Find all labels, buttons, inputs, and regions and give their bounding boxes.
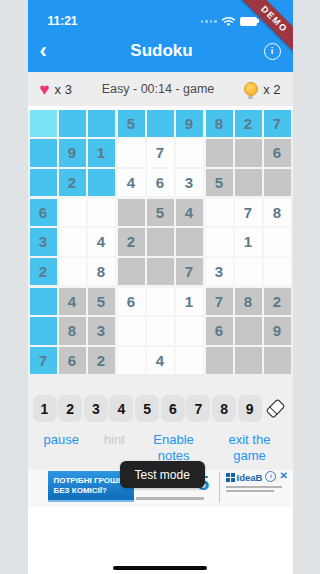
cell-r5c7[interactable] bbox=[206, 228, 233, 255]
heart-icon: ♥ bbox=[40, 81, 50, 98]
cell-r1c9[interactable]: 7 bbox=[264, 110, 291, 137]
board-box-6: 7813 bbox=[206, 199, 291, 285]
cell-r8c5[interactable] bbox=[147, 317, 174, 344]
ad-brand-block: IdeaB i ✕ bbox=[226, 472, 289, 492]
cell-r3c2[interactable]: 2 bbox=[59, 169, 86, 196]
cell-r6c3[interactable]: 8 bbox=[88, 258, 115, 285]
info-icon[interactable]: i bbox=[264, 43, 281, 60]
cell-r2c9[interactable]: 6 bbox=[264, 139, 291, 166]
sudoku-board: 9125974638276563428542778134583762614782… bbox=[30, 110, 291, 374]
ad-info-icon[interactable]: i bbox=[265, 471, 276, 482]
game-area: 9125974638276563428542778134583762614782… bbox=[28, 110, 293, 470]
page-title: Sudoku bbox=[130, 41, 192, 61]
cell-r9c8[interactable] bbox=[235, 347, 262, 374]
cell-r7c9[interactable]: 2 bbox=[264, 288, 291, 315]
cell-r2c2[interactable]: 9 bbox=[59, 139, 86, 166]
numpad-key-8[interactable]: 8 bbox=[212, 395, 236, 422]
cell-r9c4[interactable] bbox=[118, 347, 145, 374]
numpad-key-2[interactable]: 2 bbox=[58, 395, 82, 422]
cell-r9c2[interactable]: 6 bbox=[59, 347, 86, 374]
cell-r5c6[interactable] bbox=[176, 228, 203, 255]
cell-r2c6[interactable] bbox=[176, 139, 203, 166]
home-indicator[interactable] bbox=[113, 566, 207, 571]
board-box-4: 63428 bbox=[30, 199, 115, 285]
ad-close-icon[interactable]: ✕ bbox=[278, 471, 287, 481]
cell-r7c2[interactable]: 4 bbox=[59, 288, 86, 315]
numpad-key-7[interactable]: 7 bbox=[186, 395, 210, 422]
cell-r5c8[interactable]: 1 bbox=[235, 228, 262, 255]
hints-count: x 2 bbox=[263, 82, 280, 97]
hints-indicator: x 2 bbox=[244, 82, 280, 97]
cell-r7c6[interactable]: 1 bbox=[176, 288, 203, 315]
cell-r4c9[interactable]: 8 bbox=[264, 199, 291, 226]
ideabank-logo-icon bbox=[226, 473, 235, 482]
cell-r2c5[interactable]: 7 bbox=[147, 139, 174, 166]
battery-icon bbox=[240, 17, 257, 26]
cell-r3c7[interactable]: 5 bbox=[206, 169, 233, 196]
cell-r3c9[interactable] bbox=[264, 169, 291, 196]
cell-r8c8[interactable] bbox=[235, 317, 262, 344]
cell-r9c5[interactable]: 4 bbox=[147, 347, 174, 374]
numpad-key-5[interactable]: 5 bbox=[135, 395, 159, 422]
cell-r4c7[interactable] bbox=[206, 199, 233, 226]
status-time: 11:21 bbox=[38, 14, 78, 30]
cell-r6c6[interactable]: 7 bbox=[176, 258, 203, 285]
lives-indicator: ♥ x 3 bbox=[40, 81, 72, 98]
cell-r6c9[interactable] bbox=[264, 258, 291, 285]
cell-r4c8[interactable]: 7 bbox=[235, 199, 262, 226]
numpad-key-9[interactable]: 9 bbox=[238, 395, 262, 422]
cell-r8c3[interactable]: 3 bbox=[88, 317, 115, 344]
cell-r5c3[interactable]: 4 bbox=[88, 228, 115, 255]
numpad-key-4[interactable]: 4 bbox=[109, 395, 133, 422]
cell-r3c1[interactable] bbox=[30, 169, 57, 196]
cell-r4c3[interactable] bbox=[88, 199, 115, 226]
ad-banner[interactable]: ПОТРІБНІ ГРОШІ БЕЗ КОМІСІЇ? 5 IdeaB i ✕ … bbox=[28, 470, 293, 507]
cell-r4c5[interactable]: 5 bbox=[147, 199, 174, 226]
cell-r2c3[interactable]: 1 bbox=[88, 139, 115, 166]
cell-r7c7[interactable]: 7 bbox=[206, 288, 233, 315]
wifi-icon bbox=[221, 16, 236, 27]
cell-r1c6[interactable]: 9 bbox=[176, 110, 203, 137]
cell-r5c9[interactable] bbox=[264, 228, 291, 255]
back-button[interactable]: ‹ bbox=[40, 41, 60, 61]
cell-r2c4[interactable] bbox=[118, 139, 145, 166]
number-pad: 123456789 bbox=[28, 395, 293, 422]
cell-r1c8[interactable]: 2 bbox=[235, 110, 262, 137]
cell-r6c1[interactable]: 2 bbox=[30, 258, 57, 285]
cell-r6c2[interactable] bbox=[59, 258, 86, 285]
board-box-1: 912 bbox=[30, 110, 115, 196]
lives-count: x 3 bbox=[55, 82, 72, 97]
ad-brand-name: IdeaB bbox=[237, 472, 263, 483]
exit-game-button[interactable]: exit the game bbox=[222, 432, 276, 463]
game-status-bar: ♥ x 3 Easy - 00:14 - game x 2 bbox=[28, 72, 293, 106]
board-box-8: 614 bbox=[118, 288, 203, 374]
numpad-key-1[interactable]: 1 bbox=[33, 395, 57, 422]
top-bar: 11:21 DEMO ‹ Sudoku i bbox=[28, 0, 293, 72]
app-screen: 11:21 DEMO ‹ Sudoku i ♥ x 3 Easy - 00:14… bbox=[28, 0, 293, 574]
cell-r1c2[interactable] bbox=[59, 110, 86, 137]
cell-r9c3[interactable]: 2 bbox=[88, 347, 115, 374]
cell-r6c4[interactable] bbox=[118, 258, 145, 285]
ad-fineprint-line bbox=[226, 486, 282, 488]
eraser-icon[interactable] bbox=[263, 395, 287, 422]
board-box-3: 82765 bbox=[206, 110, 291, 196]
board-box-7: 4583762 bbox=[30, 288, 115, 374]
game-status-text: Easy - 00:14 - game bbox=[102, 82, 215, 96]
cellular-signal-icon bbox=[201, 20, 217, 23]
ad-fineprint-line bbox=[136, 497, 204, 500]
cell-r5c5[interactable] bbox=[147, 228, 174, 255]
cell-r1c5[interactable] bbox=[147, 110, 174, 137]
cell-r7c4[interactable]: 6 bbox=[118, 288, 145, 315]
cell-r3c3[interactable] bbox=[88, 169, 115, 196]
cell-r8c7[interactable]: 6 bbox=[206, 317, 233, 344]
cell-r1c1[interactable] bbox=[30, 110, 57, 137]
cell-r2c1[interactable] bbox=[30, 139, 57, 166]
cell-r8c4[interactable] bbox=[118, 317, 145, 344]
numpad-key-6[interactable]: 6 bbox=[161, 395, 185, 422]
bottom-area bbox=[28, 507, 293, 574]
cell-r7c5[interactable] bbox=[147, 288, 174, 315]
test-mode-toast: Test mode bbox=[120, 461, 205, 488]
cell-r8c9[interactable]: 9 bbox=[264, 317, 291, 344]
cell-r9c1[interactable]: 7 bbox=[30, 347, 57, 374]
cell-r4c6[interactable]: 4 bbox=[176, 199, 203, 226]
cell-r8c2[interactable]: 8 bbox=[59, 317, 86, 344]
cell-r3c6[interactable]: 3 bbox=[176, 169, 203, 196]
cell-r2c8[interactable] bbox=[235, 139, 262, 166]
cell-r5c2[interactable] bbox=[59, 228, 86, 255]
cell-r9c9[interactable] bbox=[264, 347, 291, 374]
cell-r5c4[interactable]: 2 bbox=[118, 228, 145, 255]
cell-r8c1[interactable] bbox=[30, 317, 57, 344]
cell-r6c8[interactable] bbox=[235, 258, 262, 285]
notes-toggle-button[interactable]: Enable notes bbox=[150, 432, 198, 463]
cell-r3c8[interactable] bbox=[235, 169, 262, 196]
board-box-9: 78269 bbox=[206, 288, 291, 374]
cell-r4c2[interactable] bbox=[59, 199, 86, 226]
cell-r7c8[interactable]: 8 bbox=[235, 288, 262, 315]
cell-r6c5[interactable] bbox=[147, 258, 174, 285]
cell-r1c3[interactable] bbox=[88, 110, 115, 137]
lightbulb-icon bbox=[244, 82, 258, 96]
cell-r9c7[interactable] bbox=[206, 347, 233, 374]
cell-r3c5[interactable]: 6 bbox=[147, 169, 174, 196]
ad-divider bbox=[219, 472, 220, 502]
cell-r1c4[interactable]: 5 bbox=[118, 110, 145, 137]
cell-r2c7[interactable] bbox=[206, 139, 233, 166]
cell-r4c4[interactable] bbox=[118, 199, 145, 226]
hint-button[interactable]: hint bbox=[104, 432, 125, 448]
numpad-key-3[interactable]: 3 bbox=[84, 395, 108, 422]
cell-r5c1[interactable]: 3 bbox=[30, 228, 57, 255]
cell-r6c7[interactable]: 3 bbox=[206, 258, 233, 285]
cell-r8c6[interactable] bbox=[176, 317, 203, 344]
nav-header: ‹ Sudoku i bbox=[28, 30, 293, 72]
cell-r4c1[interactable]: 6 bbox=[30, 199, 57, 226]
ad-headline-line2: БЕЗ КОМІСІЇ? bbox=[54, 486, 134, 496]
ad-fineprint-line bbox=[226, 490, 274, 492]
board-box-2: 597463 bbox=[118, 110, 203, 196]
cell-r3c4[interactable]: 4 bbox=[118, 169, 145, 196]
cell-r7c1[interactable] bbox=[30, 288, 57, 315]
board-box-5: 5427 bbox=[118, 199, 203, 285]
cell-r9c6[interactable] bbox=[176, 347, 203, 374]
cell-r7c3[interactable]: 5 bbox=[88, 288, 115, 315]
cell-r1c7[interactable]: 8 bbox=[206, 110, 233, 137]
pause-button[interactable]: pause bbox=[44, 432, 79, 448]
